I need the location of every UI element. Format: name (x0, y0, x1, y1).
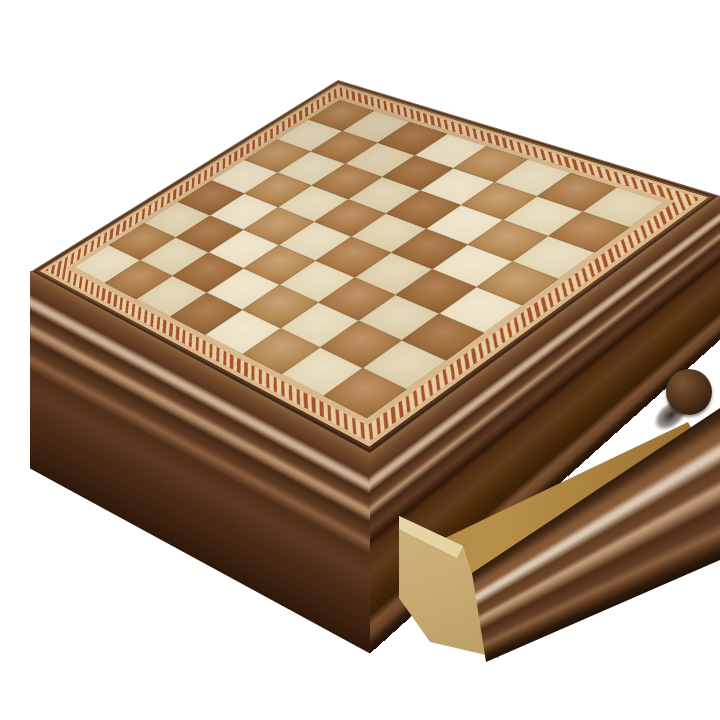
chess-board-product-photo (0, 0, 720, 720)
drawer-knob (666, 369, 712, 415)
